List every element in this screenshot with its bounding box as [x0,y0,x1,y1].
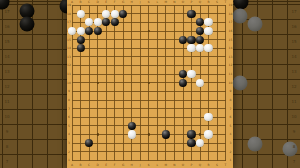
column-label-bottom: D [96,164,98,167]
row-label-left: 13 [67,55,71,58]
column-label-bottom: J [140,164,141,167]
grid-line-horizontal [72,125,226,126]
black-stone-Q17[interactable] [196,18,204,26]
white-stone-H4[interactable] [128,130,136,138]
star-point [199,133,201,135]
white-stone-Q10[interactable] [196,79,204,87]
row-label-left: 4 [68,133,70,136]
white-stone-P14[interactable] [187,44,195,52]
black-stone-B14[interactable] [76,44,84,52]
row-label-right: 7 [230,107,232,110]
column-label-top: A [71,0,73,3]
row-label-left: 14 [67,47,71,50]
row-label-right: 8 [230,98,232,101]
row-label-right: 16 [229,29,233,32]
white-stone-P11[interactable] [187,70,195,78]
row-label-right: 5 [230,124,232,127]
row-label-right: 6 [230,116,232,119]
row-label-left: 1 [68,159,70,162]
white-stone-D17[interactable] [93,18,101,26]
row-label-right: 12 [229,64,233,67]
grid-line-horizontal [72,160,226,161]
column-label-top: S [216,0,218,3]
column-label-top: N [173,0,175,3]
row-label-left: 8 [68,98,70,101]
star-point [148,30,150,32]
white-stone-R17[interactable] [204,18,212,26]
white-stone-Q14[interactable] [196,44,204,52]
white-stone-R6[interactable] [204,113,212,121]
row-label-right: 3 [230,142,232,145]
column-label-top: K [148,0,150,3]
star-point [96,82,98,84]
column-label-top: P [190,0,192,3]
black-stone-M4[interactable] [162,130,170,138]
black-stone-H5[interactable] [128,122,136,130]
grid-line-horizontal [72,100,226,101]
star-point [148,133,150,135]
row-label-left: 5 [68,124,70,127]
grid-line-horizontal [72,91,226,92]
column-label-top: F [114,0,116,3]
column-label-bottom: N [173,164,175,167]
row-label-left: 10 [67,81,71,84]
row-label-right: 4 [230,133,232,136]
star-point [96,133,98,135]
row-label-left: 17 [67,21,71,24]
white-stone-Q3[interactable] [196,139,204,147]
white-stone-B18[interactable] [76,10,84,18]
column-label-top: J [140,0,141,3]
black-stone-P4[interactable] [187,130,195,138]
column-label-bottom: E [105,164,107,167]
column-label-top: D [96,0,98,3]
black-stone-P15[interactable] [187,35,195,43]
row-label-right: 14 [229,47,233,50]
column-label-bottom: O [182,164,184,167]
white-stone-R16[interactable] [204,27,212,35]
row-label-left: 6 [68,116,70,119]
black-stone-C3[interactable] [85,139,93,147]
row-label-right: 18 [229,12,233,15]
row-label-right: 17 [229,21,233,24]
row-label-left: 7 [68,107,70,110]
row-label-left: 2 [68,150,70,153]
black-stone-O15[interactable] [179,35,187,43]
column-label-top: L [156,0,158,3]
row-label-right: 13 [229,55,233,58]
row-label-left: 18 [67,12,71,15]
grid-line-vertical [174,5,175,161]
column-label-top: O [182,0,184,3]
white-stone-R14[interactable] [204,44,212,52]
black-stone-O11[interactable] [179,70,187,78]
white-stone-A16[interactable] [68,27,76,35]
column-label-bottom: F [114,164,116,167]
row-label-right: 10 [229,81,233,84]
column-label-top: E [105,0,107,3]
white-stone-R4[interactable] [204,130,212,138]
row-label-left: 15 [67,38,71,41]
go-app-screenshot: 17161514131211109871716151413121110987 A… [0,0,300,168]
white-stone-C17[interactable] [85,18,93,26]
row-label-left: 9 [68,90,70,93]
grid-line-vertical [217,5,218,161]
black-stone-F17[interactable] [111,18,119,26]
black-stone-E17[interactable] [102,18,110,26]
row-label-right: 19 [229,4,233,7]
column-label-bottom: P [190,164,192,167]
black-stone-B15[interactable] [76,35,84,43]
row-label-right: 11 [229,73,233,76]
column-label-bottom: G [122,164,124,167]
row-label-right: 2 [230,150,232,153]
go-board[interactable]: AA1919BB1818CC1717DD1616EE1515FF1414GG13… [67,0,233,168]
column-label-top: B [79,0,81,3]
column-label-bottom: B [79,164,81,167]
row-label-left: 19 [67,4,71,7]
row-label-left: 3 [68,142,70,145]
white-stone-F18[interactable] [111,10,119,18]
row-label-right: 9 [230,90,232,93]
column-label-bottom: Q [199,164,201,167]
column-label-bottom: S [216,164,218,167]
row-label-left: 12 [67,64,71,67]
row-label-right: 1 [230,159,232,162]
black-stone-P18[interactable] [187,10,195,18]
row-label-right: 15 [229,38,233,41]
column-label-top: H [131,0,133,3]
black-stone-D16[interactable] [93,27,101,35]
grid-line-horizontal [72,151,226,152]
grid-line-vertical [157,5,158,161]
column-label-bottom: R [207,164,209,167]
white-stone-E18[interactable] [102,10,110,18]
row-label-left: 11 [67,73,71,76]
black-stone-Q16[interactable] [196,27,204,35]
column-label-top: Q [199,0,201,3]
column-label-top: M [165,0,168,3]
black-stone-P3[interactable] [187,139,195,147]
column-label-top: C [88,0,90,3]
column-label-bottom: L [156,164,158,167]
black-stone-O10[interactable] [179,79,187,87]
column-label-bottom: A [71,164,73,167]
column-label-bottom: C [88,164,90,167]
black-stone-C16[interactable] [85,27,93,35]
column-label-top: R [207,0,209,3]
white-stone-B16[interactable] [76,27,84,35]
grid-line-horizontal [72,117,226,118]
grid-line-horizontal [72,108,226,109]
column-label-bottom: T [225,164,227,167]
black-stone-G18[interactable] [119,10,127,18]
column-label-bottom: K [148,164,150,167]
column-label-top: G [122,0,124,3]
black-stone-Q15[interactable] [196,35,204,43]
column-label-bottom: M [165,164,168,167]
column-label-top: T [225,0,227,3]
star-point [148,82,150,84]
grid-line-vertical [225,5,226,161]
column-label-bottom: H [131,164,133,167]
